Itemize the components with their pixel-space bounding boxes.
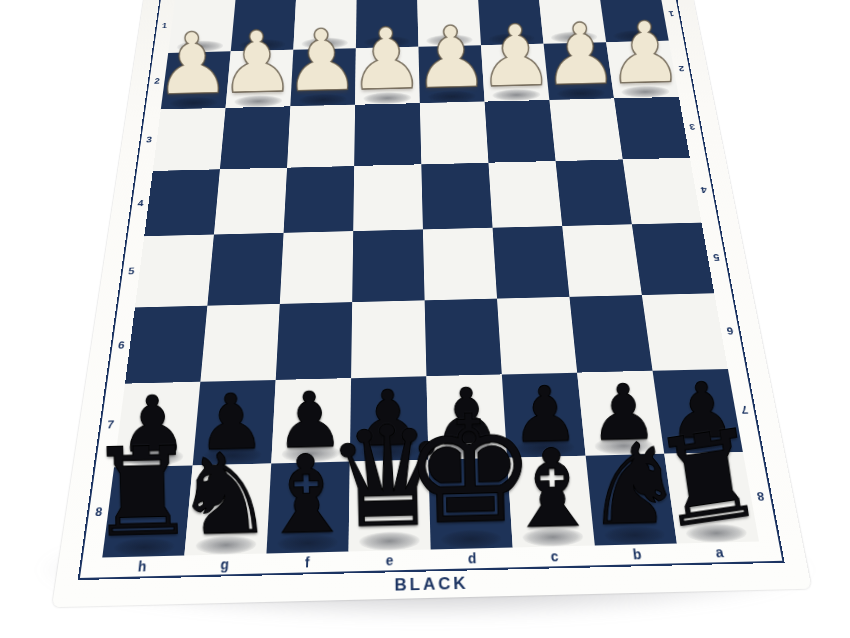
rank-label-2-left: 2 (145, 53, 168, 110)
square-f2: ♟ (290, 48, 356, 106)
square-c2: ♟ (481, 43, 549, 101)
square-f3 (287, 105, 355, 168)
piece-shadow (364, 36, 410, 48)
file-label-h: h (100, 555, 185, 577)
square-c1: ♝ (478, 0, 544, 45)
file-label-f: f (265, 551, 348, 573)
piece-white-knight-g1: ♞ (207, 0, 315, 49)
piece-white-king-d1: ♚ (378, 0, 518, 45)
square-h5 (135, 235, 214, 308)
piece-black-pawn-a7: ♟ (667, 372, 738, 450)
square-d7: ♟ (426, 374, 507, 459)
square-d8: ♚ (428, 457, 512, 549)
square-d4 (421, 162, 492, 229)
piece-shadow (492, 89, 541, 102)
piece-shadow (557, 87, 606, 100)
piece-white-bishop-f1: ♝ (269, 0, 377, 48)
piece-shadow (169, 96, 218, 109)
piece-white-pawn-c2: ♟ (477, 13, 555, 100)
piece-white-bishop-c1: ♝ (457, 0, 565, 43)
piece-shadow (299, 93, 347, 106)
square-h1: ♜ (168, 0, 235, 53)
square-a5 (632, 223, 714, 295)
piece-shadow (359, 531, 420, 551)
piece-black-rook-h8: ♜ (87, 430, 198, 554)
square-f4 (284, 166, 355, 233)
rank-label-1-left: 1 (153, 0, 175, 53)
square-h8: ♜ (102, 465, 192, 558)
piece-white-pawn-h2: ♟ (153, 21, 231, 108)
piece-shadow (113, 537, 176, 557)
black-side-label: BLACK (52, 565, 811, 604)
square-b6 (569, 295, 652, 373)
board-tilt-wrapper: WHITE BLACK 12345678 12345678 hgfedcba ♜… (22, 0, 827, 638)
square-b8: ♞ (586, 453, 677, 545)
rank-label-8-left: 8 (83, 467, 114, 558)
square-f6 (276, 302, 352, 380)
square-e1: ♛ (356, 0, 419, 48)
rank-label-5-right: 5 (702, 222, 732, 293)
square-d1: ♚ (417, 0, 481, 47)
file-label-e: e (348, 549, 431, 571)
square-g6 (200, 304, 279, 382)
piece-shadow (604, 525, 667, 545)
rank-label-5-left: 5 (118, 236, 144, 307)
piece-shadow (426, 34, 473, 46)
square-c4 (488, 161, 562, 228)
piece-shadow (488, 33, 535, 45)
square-b5 (562, 224, 642, 296)
piece-black-pawn-g7: ♟ (196, 383, 267, 461)
rank-label-6-left: 6 (107, 307, 135, 384)
square-c8: ♝ (507, 455, 595, 547)
piece-shadow (176, 40, 223, 52)
file-labels-bottom: hgfedcba (100, 541, 763, 577)
piece-shadow (360, 442, 418, 461)
piece-white-pawn-e2: ♟ (347, 16, 425, 103)
piece-shadow (441, 529, 502, 549)
square-g5 (207, 233, 283, 305)
piece-shadow (277, 533, 338, 553)
piece-shadow (282, 444, 340, 463)
piece-shadow (195, 535, 257, 555)
square-e8: ♛ (349, 459, 431, 551)
piece-shadow (672, 435, 733, 453)
square-c3 (485, 100, 556, 162)
piece-white-pawn-g2: ♟ (218, 19, 296, 106)
piece-white-queen-e1: ♛ (319, 0, 453, 47)
square-f5 (280, 231, 353, 303)
square-g4 (214, 167, 287, 234)
piece-shadow (234, 95, 283, 108)
square-e6 (351, 300, 426, 378)
vinyl-chess-mat: WHITE BLACK 12345678 12345678 hgfedcba ♜… (52, 0, 812, 607)
square-b1: ♞ (538, 0, 606, 43)
square-a6 (642, 293, 728, 371)
square-a3 (614, 97, 690, 159)
square-h7: ♟ (114, 382, 200, 467)
piece-black-queen-e8: ♛ (324, 407, 452, 549)
square-g1: ♞ (231, 0, 296, 51)
square-h3 (153, 108, 226, 171)
rank-labels-right: 12345678 (659, 0, 778, 541)
square-e2: ♟ (355, 47, 420, 105)
piece-shadow (203, 446, 262, 465)
square-h4 (144, 169, 220, 236)
square-g2: ♟ (226, 50, 294, 108)
piece-black-pawn-f7: ♟ (274, 381, 345, 459)
square-f1: ♝ (293, 0, 356, 50)
square-a4 (623, 157, 702, 224)
rank-labels-left: 12345678 (83, 0, 175, 558)
square-g7: ♟ (193, 380, 276, 465)
file-label-c: c (513, 545, 597, 567)
piece-shadow (516, 438, 575, 457)
rank-label-3-right: 3 (679, 96, 706, 157)
board-grid: ♜♞♝♛♚♝♞♜♟♟♟♟♟♟♟♟♟♟♟♟♟♟♟♟♜♞♝♛♚♝♞♜ (102, 0, 759, 557)
square-e3 (354, 103, 421, 165)
square-c6 (497, 296, 577, 374)
piece-shadow (428, 90, 476, 103)
square-e5 (352, 229, 424, 301)
file-label-g: g (183, 553, 267, 575)
piece-shadow (124, 448, 184, 467)
piece-shadow (363, 92, 411, 105)
square-b4 (556, 159, 632, 226)
rank-label-4-left: 4 (128, 171, 153, 237)
piece-white-knight-b1: ♞ (519, 0, 627, 42)
rank-label-8-right: 8 (743, 451, 779, 541)
piece-shadow (621, 85, 671, 98)
piece-black-knight-g8: ♞ (173, 438, 275, 552)
square-a1: ♜ (599, 0, 669, 42)
square-e4 (353, 164, 423, 231)
board-frame: 12345678 12345678 hgfedcba ♜♞♝♛♚♝♞♜♟♟♟♟♟… (78, 0, 785, 580)
piece-shadow (301, 37, 348, 49)
rank-label-4-right: 4 (690, 157, 718, 223)
rank-label-6-right: 6 (714, 292, 746, 368)
piece-black-pawn-h7: ♟ (118, 385, 189, 463)
piece-white-rook-h1: ♜ (148, 0, 248, 51)
piece-shadow (685, 523, 748, 543)
piece-black-pawn-b7: ♟ (588, 374, 659, 452)
file-label-a: a (677, 541, 763, 563)
square-a2: ♟ (606, 40, 679, 98)
square-d5 (423, 228, 497, 300)
piece-shadow (594, 437, 654, 456)
piece-black-pawn-e7: ♟ (353, 379, 424, 457)
square-d6 (425, 298, 502, 376)
piece-shadow (239, 39, 286, 51)
square-c7: ♟ (502, 373, 586, 458)
chess-set-photo: WHITE BLACK 12345678 12345678 hgfedcba ♜… (0, 0, 850, 638)
piece-white-pawn-d2: ♟ (412, 14, 490, 101)
piece-black-knight-b8: ♞ (583, 428, 685, 542)
square-b3 (549, 98, 622, 160)
file-label-b: b (595, 543, 680, 565)
rank-label-7-right: 7 (728, 369, 762, 452)
piece-black-bishop-f8: ♝ (257, 440, 356, 550)
square-b2: ♟ (544, 42, 615, 100)
square-b7: ♟ (577, 371, 664, 456)
piece-shadow (613, 30, 661, 42)
piece-black-pawn-d7: ♟ (431, 377, 502, 455)
piece-white-pawn-f2: ♟ (283, 18, 361, 105)
piece-white-pawn-b2: ♟ (541, 11, 619, 98)
square-h2: ♟ (161, 51, 231, 109)
piece-shadow (522, 527, 584, 547)
rank-label-3-left: 3 (137, 110, 161, 171)
square-g3 (220, 106, 290, 169)
rank-label-1-right: 1 (659, 0, 683, 40)
rank-label-7-left: 7 (95, 384, 125, 468)
rank-label-2-right: 2 (669, 40, 695, 97)
piece-shadow (438, 440, 497, 459)
piece-black-pawn-c7: ♟ (510, 375, 581, 453)
square-g8: ♞ (184, 463, 271, 555)
square-f8: ♝ (266, 461, 349, 553)
square-f7: ♟ (271, 378, 351, 463)
piece-black-king-d8: ♚ (401, 395, 538, 547)
square-d2: ♟ (418, 45, 484, 103)
square-e7: ♟ (350, 376, 429, 461)
square-c5 (493, 226, 570, 298)
square-h6 (125, 305, 207, 383)
piece-shadow (551, 31, 598, 43)
file-label-d: d (431, 547, 514, 569)
square-d3 (420, 102, 489, 164)
piece-black-bishop-c8: ♝ (503, 434, 602, 544)
